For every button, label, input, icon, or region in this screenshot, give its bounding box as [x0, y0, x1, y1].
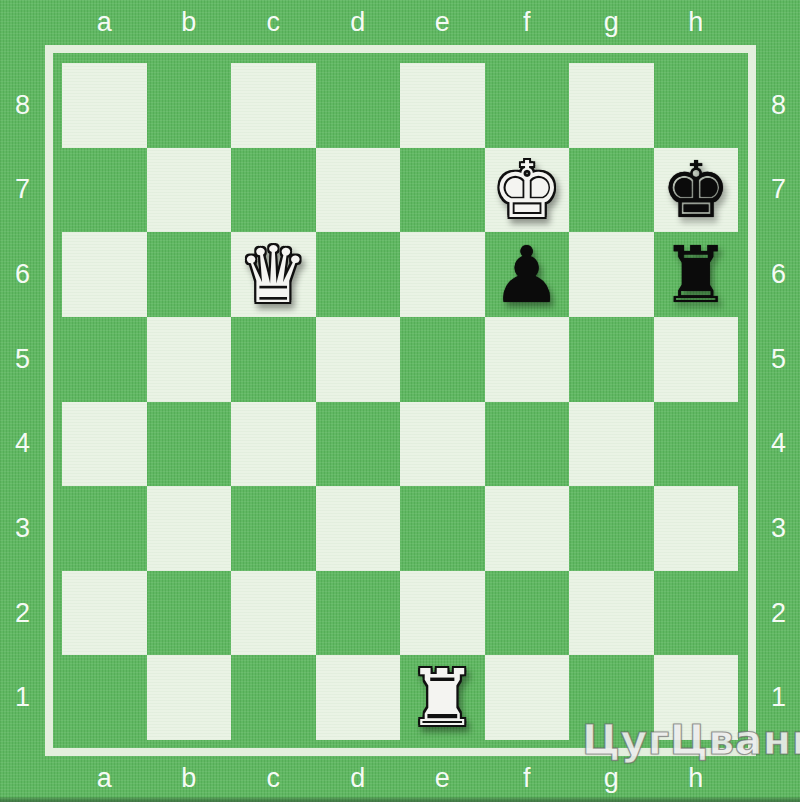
- square-e8[interactable]: [400, 63, 485, 148]
- square-c7[interactable]: [231, 148, 316, 233]
- square-b8[interactable]: [147, 63, 232, 148]
- square-c1[interactable]: [231, 655, 316, 740]
- square-c2[interactable]: [231, 571, 316, 656]
- square-b2[interactable]: [147, 571, 232, 656]
- rank-label-3: 3: [757, 486, 800, 571]
- square-d5[interactable]: [316, 317, 401, 402]
- square-h5[interactable]: [654, 317, 739, 402]
- square-a8[interactable]: [62, 63, 147, 148]
- square-a7[interactable]: [62, 148, 147, 233]
- file-labels-top: abcdefgh: [62, 0, 738, 45]
- file-label-c: c: [231, 0, 316, 45]
- rank-label-4: 4: [757, 402, 800, 487]
- file-label-d: d: [316, 0, 401, 45]
- white-king-f7[interactable]: ♚: [492, 151, 562, 229]
- square-g5[interactable]: [569, 317, 654, 402]
- square-h4[interactable]: [654, 402, 739, 487]
- square-a6[interactable]: [62, 232, 147, 317]
- black-rook-h6[interactable]: ♜: [661, 236, 731, 314]
- file-label-d: d: [316, 758, 401, 798]
- square-b4[interactable]: [147, 402, 232, 487]
- file-label-e: e: [400, 758, 485, 798]
- rank-label-3: 3: [0, 486, 45, 571]
- square-h3[interactable]: [654, 486, 739, 571]
- square-b5[interactable]: [147, 317, 232, 402]
- square-g7[interactable]: [569, 148, 654, 233]
- file-labels-bottom: abcdefgh: [62, 758, 738, 798]
- square-e7[interactable]: [400, 148, 485, 233]
- square-b3[interactable]: [147, 486, 232, 571]
- square-e2[interactable]: [400, 571, 485, 656]
- rank-label-8: 8: [0, 63, 45, 148]
- square-f5[interactable]: [485, 317, 570, 402]
- square-f2[interactable]: [485, 571, 570, 656]
- white-rook-e1[interactable]: ♜: [407, 659, 477, 737]
- rank-label-5: 5: [757, 317, 800, 402]
- file-label-h: h: [654, 758, 739, 798]
- square-c5[interactable]: [231, 317, 316, 402]
- black-king-h7[interactable]: ♚: [661, 151, 731, 229]
- square-g6[interactable]: [569, 232, 654, 317]
- file-label-b: b: [147, 0, 232, 45]
- square-e6[interactable]: [400, 232, 485, 317]
- file-label-f: f: [485, 0, 570, 45]
- file-label-g: g: [569, 758, 654, 798]
- square-a4[interactable]: [62, 402, 147, 487]
- square-g4[interactable]: [569, 402, 654, 487]
- watermark: ЦугЦванг: [582, 716, 800, 764]
- square-c6[interactable]: ♛: [231, 232, 316, 317]
- square-b6[interactable]: [147, 232, 232, 317]
- square-a1[interactable]: [62, 655, 147, 740]
- square-f6[interactable]: ♟: [485, 232, 570, 317]
- square-d6[interactable]: [316, 232, 401, 317]
- square-f4[interactable]: [485, 402, 570, 487]
- rank-label-5: 5: [0, 317, 45, 402]
- rank-label-4: 4: [0, 402, 45, 487]
- square-e1[interactable]: ♜: [400, 655, 485, 740]
- rank-label-2: 2: [0, 571, 45, 656]
- square-d2[interactable]: [316, 571, 401, 656]
- square-c3[interactable]: [231, 486, 316, 571]
- square-h8[interactable]: [654, 63, 739, 148]
- square-d3[interactable]: [316, 486, 401, 571]
- square-f1[interactable]: [485, 655, 570, 740]
- file-label-c: c: [231, 758, 316, 798]
- square-a3[interactable]: [62, 486, 147, 571]
- rank-labels-right: 87654321: [757, 63, 800, 740]
- chess-board: ♚♚♛♟♜♜: [62, 63, 738, 740]
- rank-labels-left: 87654321: [0, 63, 45, 740]
- square-h2[interactable]: [654, 571, 739, 656]
- bottom-edge-shadow: [0, 797, 800, 802]
- square-e4[interactable]: [400, 402, 485, 487]
- file-label-e: e: [400, 0, 485, 45]
- square-d1[interactable]: [316, 655, 401, 740]
- square-d8[interactable]: [316, 63, 401, 148]
- rank-label-7: 7: [0, 148, 45, 233]
- rank-label-6: 6: [0, 232, 45, 317]
- square-g8[interactable]: [569, 63, 654, 148]
- square-f7[interactable]: ♚: [485, 148, 570, 233]
- square-d7[interactable]: [316, 148, 401, 233]
- file-label-f: f: [485, 758, 570, 798]
- square-b7[interactable]: [147, 148, 232, 233]
- square-g3[interactable]: [569, 486, 654, 571]
- square-a2[interactable]: [62, 571, 147, 656]
- square-c4[interactable]: [231, 402, 316, 487]
- square-f8[interactable]: [485, 63, 570, 148]
- square-e5[interactable]: [400, 317, 485, 402]
- rank-label-8: 8: [757, 63, 800, 148]
- rank-label-1: 1: [0, 655, 45, 740]
- file-label-h: h: [654, 0, 739, 45]
- square-b1[interactable]: [147, 655, 232, 740]
- file-label-g: g: [569, 0, 654, 45]
- black-pawn-f6[interactable]: ♟: [492, 236, 562, 314]
- square-g2[interactable]: [569, 571, 654, 656]
- file-label-b: b: [147, 758, 232, 798]
- file-label-a: a: [62, 0, 147, 45]
- rank-label-6: 6: [757, 232, 800, 317]
- square-h6[interactable]: ♜: [654, 232, 739, 317]
- rank-label-7: 7: [757, 148, 800, 233]
- square-h7[interactable]: ♚: [654, 148, 739, 233]
- white-queen-c6[interactable]: ♛: [238, 236, 308, 314]
- rank-label-2: 2: [757, 571, 800, 656]
- square-f3[interactable]: [485, 486, 570, 571]
- square-c8[interactable]: [231, 63, 316, 148]
- chess-diagram: abcdefgh 87654321 87654321 abcdefgh ♚♚♛♟…: [0, 0, 800, 802]
- square-d4[interactable]: [316, 402, 401, 487]
- square-a5[interactable]: [62, 317, 147, 402]
- file-label-a: a: [62, 758, 147, 798]
- square-e3[interactable]: [400, 486, 485, 571]
